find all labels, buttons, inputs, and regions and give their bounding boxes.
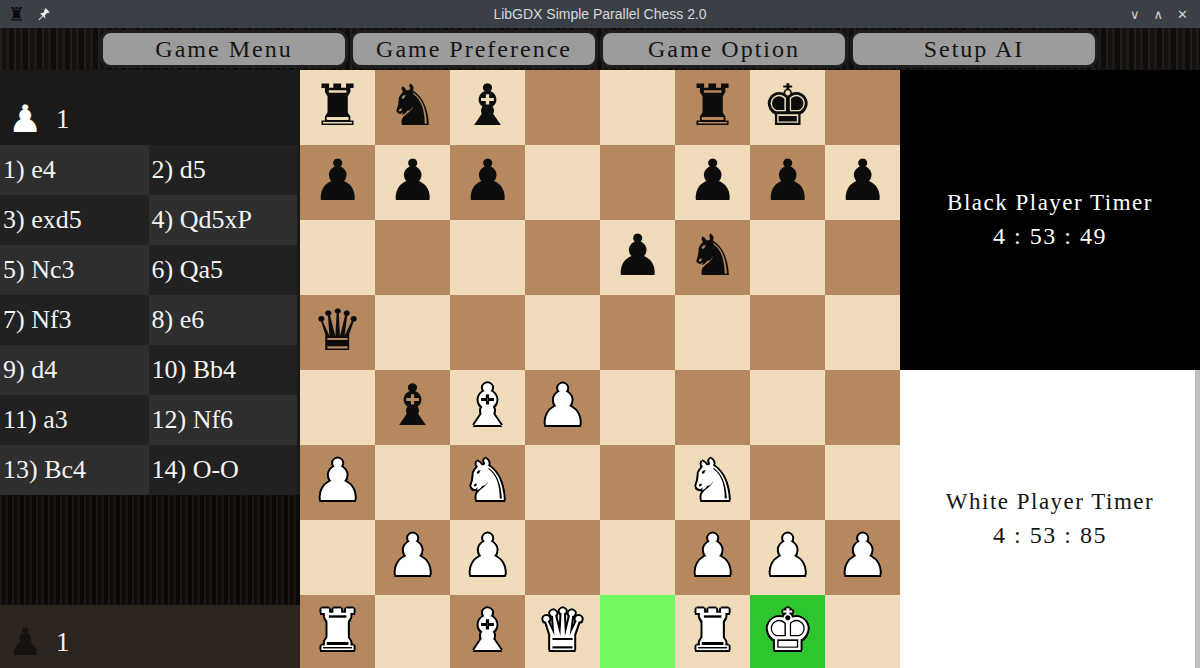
wood-divider <box>0 495 300 605</box>
piece-white-pawn[interactable]: ♟ <box>312 452 363 509</box>
piece-white-pawn[interactable]: ♟ <box>837 527 888 584</box>
square-e3[interactable] <box>600 445 675 520</box>
piece-black-rook[interactable]: ♜ <box>687 77 738 134</box>
square-e6[interactable]: ♟ <box>600 220 675 295</box>
black-timer-value: 4 : 53 : 49 <box>993 223 1107 250</box>
square-b2[interactable]: ♟ <box>375 520 450 595</box>
window-controls: ∨ ∧ ✕ <box>1130 0 1188 28</box>
move-list-item: 13) Bc4 <box>0 445 149 495</box>
maximize-icon[interactable]: ∧ <box>1154 7 1164 22</box>
square-e5[interactable] <box>600 295 675 370</box>
square-f8[interactable]: ♜ <box>675 70 750 145</box>
chess-board: ♜♞♝♜♚♟♟♟♟♟♟♟♞♛♝♝♟♟♞♞♟♟♟♟♟♜♝♛♜♚ <box>300 70 900 668</box>
square-f2[interactable]: ♟ <box>675 520 750 595</box>
piece-black-pawn[interactable]: ♟ <box>312 152 363 209</box>
square-b5[interactable] <box>375 295 450 370</box>
square-e4[interactable] <box>600 370 675 445</box>
square-d8[interactable] <box>525 70 600 145</box>
move-list-item: 1) e4 <box>0 145 149 195</box>
piece-black-king[interactable]: ♚ <box>762 77 813 134</box>
square-h2[interactable]: ♟ <box>825 520 900 595</box>
square-d3[interactable] <box>525 445 600 520</box>
square-c6[interactable] <box>450 220 525 295</box>
square-g1[interactable]: ♚ <box>750 595 825 668</box>
piece-white-king[interactable]: ♚ <box>762 602 813 659</box>
piece-white-knight[interactable]: ♞ <box>687 452 738 509</box>
toolbar-button-setup-ai[interactable]: Setup AI <box>850 30 1098 68</box>
square-g5[interactable] <box>750 295 825 370</box>
black-timer-panel: Black Player Timer 4 : 53 : 49 <box>900 70 1200 370</box>
square-h1[interactable] <box>825 595 900 668</box>
move-list-item: 2) d5 <box>149 145 298 195</box>
board-area: ♜♞♝♜♚♟♟♟♟♟♟♟♞♛♝♝♟♟♞♞♟♟♟♟♟♜♝♛♜♚ <box>300 70 900 668</box>
white-player-indicator: ♟ 1 <box>8 100 70 138</box>
square-h8[interactable] <box>825 70 900 145</box>
square-g4[interactable] <box>750 370 825 445</box>
toolbar: Game MenuGame PreferenceGame OptionSetup… <box>0 28 1200 70</box>
piece-black-pawn[interactable]: ♟ <box>837 152 888 209</box>
move-list-item: 7) Nf3 <box>0 295 149 345</box>
white-pawn-icon: ♟ <box>8 100 42 138</box>
square-f4[interactable] <box>675 370 750 445</box>
move-list-item: 14) O-O <box>149 445 298 495</box>
square-b1[interactable] <box>375 595 450 668</box>
square-a4[interactable] <box>300 370 375 445</box>
square-f5[interactable] <box>675 295 750 370</box>
piece-black-queen[interactable]: ♛ <box>312 302 363 359</box>
bottom-panel: ♟ 1 <box>0 605 300 668</box>
square-b8[interactable]: ♞ <box>375 70 450 145</box>
piece-white-pawn[interactable]: ♟ <box>762 527 813 584</box>
move-list-item: 8) e6 <box>149 295 298 345</box>
move-list-item: 6) Qa5 <box>149 245 298 295</box>
square-h7[interactable]: ♟ <box>825 145 900 220</box>
square-f7[interactable]: ♟ <box>675 145 750 220</box>
piece-black-pawn[interactable]: ♟ <box>687 152 738 209</box>
white-timer-label: White Player Timer <box>946 489 1154 515</box>
piece-white-rook[interactable]: ♜ <box>312 602 363 659</box>
black-player-indicator: ♟ 1 <box>8 623 70 661</box>
square-a5[interactable]: ♛ <box>300 295 375 370</box>
square-h4[interactable] <box>825 370 900 445</box>
square-c4[interactable]: ♝ <box>450 370 525 445</box>
square-g6[interactable] <box>750 220 825 295</box>
toolbar-button-game-preference[interactable]: Game Preference <box>350 30 598 68</box>
square-a3[interactable]: ♟ <box>300 445 375 520</box>
piece-white-knight[interactable]: ♞ <box>462 452 513 509</box>
piece-white-pawn[interactable]: ♟ <box>537 377 588 434</box>
white-timer-value: 4 : 53 : 85 <box>993 522 1107 549</box>
square-g2[interactable]: ♟ <box>750 520 825 595</box>
square-f1[interactable]: ♜ <box>675 595 750 668</box>
move-list-item: 11) a3 <box>0 395 149 445</box>
piece-white-bishop[interactable]: ♝ <box>462 602 513 659</box>
piece-black-pawn[interactable]: ♟ <box>612 227 663 284</box>
move-list-item: 9) d4 <box>0 345 149 395</box>
square-g3[interactable] <box>750 445 825 520</box>
white-timer-panel: White Player Timer 4 : 53 : 85 <box>900 370 1200 668</box>
move-list-item: 5) Nc3 <box>0 245 149 295</box>
move-sidebar: ♟ 1 1) e42) d53) exd54) Qd5xP5) Nc36) Qa… <box>0 70 300 668</box>
black-timer-label: Black Player Timer <box>947 190 1153 216</box>
piece-black-pawn[interactable]: ♟ <box>387 152 438 209</box>
close-icon[interactable]: ✕ <box>1177 7 1188 22</box>
square-d4[interactable]: ♟ <box>525 370 600 445</box>
square-e7[interactable] <box>600 145 675 220</box>
square-a2[interactable] <box>300 520 375 595</box>
white-player-number: 1 <box>56 104 70 135</box>
move-list: 1) e42) d53) exd54) Qd5xP5) Nc36) Qa57) … <box>0 145 297 545</box>
square-b7[interactable]: ♟ <box>375 145 450 220</box>
square-e8[interactable] <box>600 70 675 145</box>
square-d7[interactable] <box>525 145 600 220</box>
square-d5[interactable] <box>525 295 600 370</box>
square-a1[interactable]: ♜ <box>300 595 375 668</box>
piece-black-rook[interactable]: ♜ <box>312 77 363 134</box>
square-f3[interactable]: ♞ <box>675 445 750 520</box>
piece-black-pawn[interactable]: ♟ <box>762 152 813 209</box>
square-c5[interactable] <box>450 295 525 370</box>
toolbar-button-game-option[interactable]: Game Option <box>600 30 848 68</box>
piece-black-bishop[interactable]: ♝ <box>387 377 438 434</box>
piece-white-bishop[interactable]: ♝ <box>462 377 513 434</box>
square-c1[interactable]: ♝ <box>450 595 525 668</box>
square-b4[interactable]: ♝ <box>375 370 450 445</box>
square-b3[interactable] <box>375 445 450 520</box>
piece-black-knight[interactable]: ♞ <box>387 77 438 134</box>
piece-white-pawn[interactable]: ♟ <box>387 527 438 584</box>
piece-white-rook[interactable]: ♜ <box>687 602 738 659</box>
title-bar: ♜ LibGDX Simple Parallel Chess 2.0 ∨ ∧ ✕ <box>0 0 1200 28</box>
move-list-item: 3) exd5 <box>0 195 149 245</box>
square-g7[interactable]: ♟ <box>750 145 825 220</box>
square-b6[interactable] <box>375 220 450 295</box>
square-c8[interactable]: ♝ <box>450 70 525 145</box>
piece-white-pawn[interactable]: ♟ <box>687 527 738 584</box>
app-window: ♜ LibGDX Simple Parallel Chess 2.0 ∨ ∧ ✕… <box>0 0 1200 668</box>
scrollbar[interactable] <box>1195 370 1200 668</box>
square-e1[interactable] <box>600 595 675 668</box>
minimize-icon[interactable]: ∨ <box>1130 7 1140 22</box>
black-pawn-icon: ♟ <box>8 623 42 661</box>
square-c3[interactable]: ♞ <box>450 445 525 520</box>
piece-white-pawn[interactable]: ♟ <box>462 527 513 584</box>
move-list-item: 4) Qd5xP <box>149 195 298 245</box>
square-d6[interactable] <box>525 220 600 295</box>
piece-white-queen[interactable]: ♛ <box>537 602 588 659</box>
square-c7[interactable]: ♟ <box>450 145 525 220</box>
square-g8[interactable]: ♚ <box>750 70 825 145</box>
square-a8[interactable]: ♜ <box>300 70 375 145</box>
square-d2[interactable] <box>525 520 600 595</box>
window-title: LibGDX Simple Parallel Chess 2.0 <box>0 0 1200 28</box>
square-e2[interactable] <box>600 520 675 595</box>
piece-black-pawn[interactable]: ♟ <box>462 152 513 209</box>
piece-black-knight[interactable]: ♞ <box>687 227 738 284</box>
toolbar-button-game-menu[interactable]: Game Menu <box>100 30 348 68</box>
black-player-number: 1 <box>56 627 70 658</box>
square-f6[interactable]: ♞ <box>675 220 750 295</box>
square-c2[interactable]: ♟ <box>450 520 525 595</box>
move-list-item: 10) Bb4 <box>149 345 298 395</box>
square-a7[interactable]: ♟ <box>300 145 375 220</box>
move-list-item: 12) Nf6 <box>149 395 298 445</box>
square-d1[interactable]: ♛ <box>525 595 600 668</box>
square-a6[interactable] <box>300 220 375 295</box>
square-h6[interactable] <box>825 220 900 295</box>
square-h3[interactable] <box>825 445 900 520</box>
piece-black-bishop[interactable]: ♝ <box>462 77 513 134</box>
square-h5[interactable] <box>825 295 900 370</box>
